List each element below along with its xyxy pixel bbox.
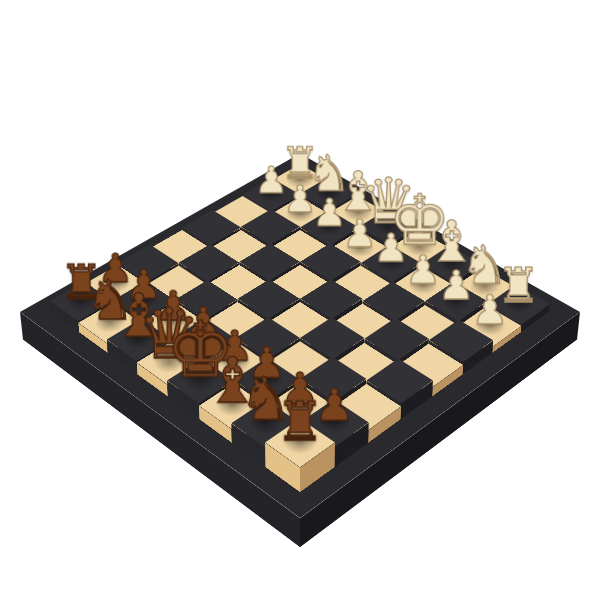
white-pawn[interactable]: ♟ (405, 250, 440, 290)
chessboard: ♜♞♝♛♚♝♞♜♟♟♟♟♟♟♟♟♟♟♟♟♟♟♟♟♜♞♝♛♚♝♞♜ (51, 169, 549, 492)
white-pawn[interactable]: ♟ (313, 193, 347, 231)
white-pawn[interactable]: ♟ (343, 214, 377, 252)
product-photo-scene: ♜♞♝♛♚♝♞♜♟♟♟♟♟♟♟♟♟♟♟♟♟♟♟♟♜♞♝♛♚♝♞♜ (0, 0, 600, 594)
white-pawn[interactable]: ♟ (374, 228, 409, 267)
white-pawn[interactable]: ♟ (438, 265, 474, 305)
white-pawn[interactable]: ♟ (472, 289, 508, 330)
black-rook[interactable]: ♜ (276, 394, 324, 448)
